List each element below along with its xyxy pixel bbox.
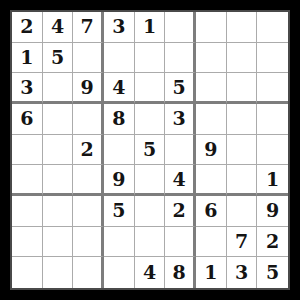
cell-r6c2[interactable] <box>43 165 74 196</box>
given-digit: 5 <box>173 78 186 97</box>
cell-r9c6[interactable]: 8 <box>165 257 196 288</box>
cell-r3c6[interactable]: 5 <box>165 73 196 104</box>
cell-r6c1[interactable] <box>12 165 43 196</box>
cell-r7c7[interactable]: 6 <box>196 196 227 227</box>
cell-r2c3[interactable] <box>73 43 104 74</box>
cell-r5c2[interactable] <box>43 135 74 166</box>
cell-r1c4[interactable]: 3 <box>104 12 135 43</box>
cell-r6c4[interactable]: 9 <box>104 165 135 196</box>
cell-r6c6[interactable]: 4 <box>165 165 196 196</box>
cell-r8c3[interactable] <box>73 227 104 258</box>
given-digit: 4 <box>143 263 156 282</box>
cell-r6c3[interactable] <box>73 165 104 196</box>
cell-r8c4[interactable] <box>104 227 135 258</box>
cell-r3c3[interactable]: 9 <box>73 73 104 104</box>
screen: { "game": "sudoku", "grid_size": 9, "pos… <box>0 0 300 300</box>
cell-r8c6[interactable] <box>165 227 196 258</box>
given-digit: 3 <box>235 263 248 282</box>
cell-r7c6[interactable]: 2 <box>165 196 196 227</box>
cell-r3c5[interactable] <box>135 73 166 104</box>
cell-r5c4[interactable] <box>104 135 135 166</box>
cell-r1c2[interactable]: 4 <box>43 12 74 43</box>
given-digit: 1 <box>143 17 156 36</box>
given-digit: 6 <box>20 109 33 128</box>
cell-r1c3[interactable]: 7 <box>73 12 104 43</box>
cell-r2c9[interactable] <box>257 43 288 74</box>
cell-r9c2[interactable] <box>43 257 74 288</box>
cell-r9c7[interactable]: 1 <box>196 257 227 288</box>
cell-r4c5[interactable] <box>135 104 166 135</box>
given-digit: 3 <box>20 78 33 97</box>
cell-r2c4[interactable] <box>104 43 135 74</box>
given-digit: 7 <box>235 232 248 251</box>
cell-r5c5[interactable]: 5 <box>135 135 166 166</box>
cell-r8c7[interactable] <box>196 227 227 258</box>
given-digit: 2 <box>266 232 279 251</box>
cell-r9c4[interactable] <box>104 257 135 288</box>
given-digit: 5 <box>51 48 64 67</box>
cell-r5c3[interactable]: 2 <box>73 135 104 166</box>
given-digit: 8 <box>173 263 186 282</box>
cell-r8c8[interactable]: 7 <box>227 227 258 258</box>
given-digit: 4 <box>112 78 125 97</box>
given-digit: 5 <box>266 263 279 282</box>
sudoku-board: 2473115394568325994152697248135 <box>10 10 290 290</box>
cell-r4c4[interactable]: 8 <box>104 104 135 135</box>
cell-r4c3[interactable] <box>73 104 104 135</box>
given-digit: 1 <box>204 263 217 282</box>
cell-r4c1[interactable]: 6 <box>12 104 43 135</box>
cell-r1c8[interactable] <box>227 12 258 43</box>
given-digit: 9 <box>112 170 125 189</box>
given-digit: 5 <box>112 201 125 220</box>
cell-r9c8[interactable]: 3 <box>227 257 258 288</box>
cell-r7c8[interactable] <box>227 196 258 227</box>
cell-r2c2[interactable]: 5 <box>43 43 74 74</box>
cell-r8c9[interactable]: 2 <box>257 227 288 258</box>
cell-r2c7[interactable] <box>196 43 227 74</box>
given-digit: 5 <box>143 140 156 159</box>
cell-r7c3[interactable] <box>73 196 104 227</box>
cell-r8c5[interactable] <box>135 227 166 258</box>
cell-r7c1[interactable] <box>12 196 43 227</box>
cell-r9c3[interactable] <box>73 257 104 288</box>
cell-r7c5[interactable] <box>135 196 166 227</box>
given-digit: 1 <box>266 170 279 189</box>
cell-r9c5[interactable]: 4 <box>135 257 166 288</box>
given-digit: 2 <box>81 140 94 159</box>
cell-r2c5[interactable] <box>135 43 166 74</box>
cell-r1c5[interactable]: 1 <box>135 12 166 43</box>
given-digit: 9 <box>81 78 94 97</box>
cell-r5c8[interactable] <box>227 135 258 166</box>
cell-r9c9[interactable]: 5 <box>257 257 288 288</box>
cell-r6c5[interactable] <box>135 165 166 196</box>
cell-r1c1[interactable]: 2 <box>12 12 43 43</box>
cell-r7c4[interactable]: 5 <box>104 196 135 227</box>
given-digit: 8 <box>112 109 125 128</box>
cell-r3c1[interactable]: 3 <box>12 73 43 104</box>
cell-r5c1[interactable] <box>12 135 43 166</box>
given-digit: 4 <box>173 170 186 189</box>
cell-r2c8[interactable] <box>227 43 258 74</box>
cell-r8c1[interactable] <box>12 227 43 258</box>
cell-r3c8[interactable] <box>227 73 258 104</box>
cell-r7c2[interactable] <box>43 196 74 227</box>
cell-r3c2[interactable] <box>43 73 74 104</box>
cell-r6c9[interactable]: 1 <box>257 165 288 196</box>
given-digit: 9 <box>266 201 279 220</box>
cell-r8c2[interactable] <box>43 227 74 258</box>
cell-r6c7[interactable] <box>196 165 227 196</box>
given-digit: 4 <box>51 17 64 36</box>
cell-r4c8[interactable] <box>227 104 258 135</box>
cell-r5c7[interactable]: 9 <box>196 135 227 166</box>
cell-r4c9[interactable] <box>257 104 288 135</box>
cell-r1c6[interactable] <box>165 12 196 43</box>
cell-r2c6[interactable] <box>165 43 196 74</box>
cell-r7c9[interactable]: 9 <box>257 196 288 227</box>
cell-r4c6[interactable]: 3 <box>165 104 196 135</box>
cell-r5c9[interactable] <box>257 135 288 166</box>
cell-r4c7[interactable] <box>196 104 227 135</box>
cell-r4c2[interactable] <box>43 104 74 135</box>
cell-r3c9[interactable] <box>257 73 288 104</box>
cell-r3c4[interactable]: 4 <box>104 73 135 104</box>
given-digit: 1 <box>20 48 33 67</box>
given-digit: 3 <box>112 17 125 36</box>
given-digit: 3 <box>173 109 186 128</box>
given-digit: 2 <box>20 17 33 36</box>
given-digit: 9 <box>204 140 217 159</box>
sudoku-app: 2473115394568325994152697248135 <box>0 0 300 300</box>
given-digit: 7 <box>81 17 94 36</box>
given-digit: 2 <box>173 201 186 220</box>
cell-r6c8[interactable] <box>227 165 258 196</box>
cell-r1c7[interactable] <box>196 12 227 43</box>
cell-r3c7[interactable] <box>196 73 227 104</box>
cell-r9c1[interactable] <box>12 257 43 288</box>
cell-r1c9[interactable] <box>257 12 288 43</box>
cell-r5c6[interactable] <box>165 135 196 166</box>
given-digit: 6 <box>204 201 217 220</box>
cell-r2c1[interactable]: 1 <box>12 43 43 74</box>
